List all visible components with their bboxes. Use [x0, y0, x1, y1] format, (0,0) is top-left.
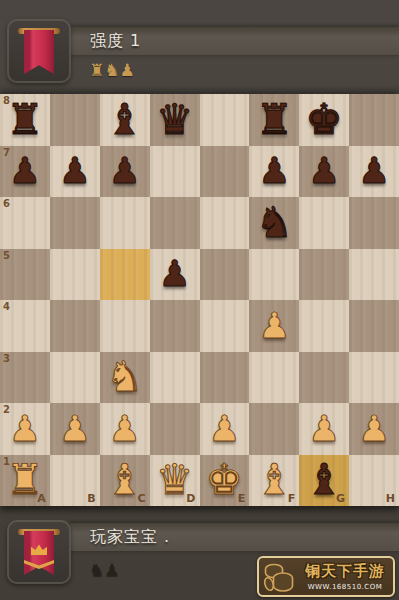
piece-black-pawn-g7[interactable]: ♟ — [299, 146, 349, 198]
piece-black-knight-f6[interactable]: ♞ — [249, 197, 299, 249]
captured-piece-knight: ♞ — [89, 560, 104, 580]
captured-piece-knight: ♞ — [104, 60, 119, 80]
square-g6[interactable] — [299, 197, 349, 249]
square-g8[interactable]: ♚ — [299, 94, 349, 146]
red-banner-icon — [24, 30, 54, 74]
rank-label-4: 4 — [3, 301, 10, 312]
piece-black-rook-f8[interactable]: ♜ — [249, 94, 299, 146]
rank-label-1: 1 — [3, 456, 10, 467]
rank-label-2: 2 — [3, 404, 10, 415]
file-label-B: B — [87, 492, 95, 505]
square-f8[interactable]: ♜ — [249, 94, 299, 146]
square-d1[interactable]: D♛ — [150, 455, 200, 507]
square-g3[interactable] — [299, 352, 349, 404]
watermark-badge: 铜天下手游 WWW.168510.COM — [257, 556, 395, 597]
square-f1[interactable]: F♝ — [249, 455, 299, 507]
square-e2[interactable]: ♟ — [200, 403, 250, 455]
piece-black-queen-d8[interactable]: ♛ — [150, 94, 200, 146]
piece-black-pawn-f7[interactable]: ♟ — [249, 146, 299, 198]
square-f2[interactable] — [249, 403, 299, 455]
rank-label-6: 6 — [3, 198, 10, 209]
square-d5[interactable]: ♟ — [150, 249, 200, 301]
square-b1[interactable]: B — [50, 455, 100, 507]
file-label-E: E — [238, 492, 246, 505]
square-e6[interactable] — [200, 197, 250, 249]
square-e1[interactable]: E♚ — [200, 455, 250, 507]
square-a5[interactable]: 5 — [0, 249, 50, 301]
piece-white-knight-c3[interactable]: ♞ — [100, 352, 150, 404]
file-label-C: C — [138, 492, 146, 505]
piece-white-pawn-f4[interactable]: ♟ — [249, 300, 299, 352]
square-c7[interactable]: ♟ — [100, 146, 150, 198]
square-h4[interactable] — [349, 300, 399, 352]
file-label-F: F — [288, 492, 296, 505]
square-a8[interactable]: 8♜ — [0, 94, 50, 146]
square-c2[interactable]: ♟ — [100, 403, 150, 455]
square-c5[interactable] — [100, 249, 150, 301]
player-captured-pieces: ♞♟ — [89, 558, 120, 580]
watermark-title: 铜天下手游 — [297, 562, 393, 581]
square-e8[interactable] — [200, 94, 250, 146]
square-c6[interactable] — [100, 197, 150, 249]
piece-white-pawn-g2[interactable]: ♟ — [299, 403, 349, 455]
piece-black-pawn-b7[interactable]: ♟ — [50, 146, 100, 198]
square-b4[interactable] — [50, 300, 100, 352]
square-b8[interactable] — [50, 94, 100, 146]
square-a1[interactable]: 1A♜ — [0, 455, 50, 507]
square-h2[interactable]: ♟ — [349, 403, 399, 455]
captured-piece-pawn: ♟ — [104, 560, 119, 580]
square-b5[interactable] — [50, 249, 100, 301]
file-label-G: G — [336, 492, 345, 505]
opponent-name: 强度 1 — [90, 31, 141, 52]
square-h5[interactable] — [349, 249, 399, 301]
square-d3[interactable] — [150, 352, 200, 404]
square-g2[interactable]: ♟ — [299, 403, 349, 455]
square-a6[interactable]: 6 — [0, 197, 50, 249]
square-e7[interactable] — [200, 146, 250, 198]
square-b6[interactable] — [50, 197, 100, 249]
square-a4[interactable]: 4 — [0, 300, 50, 352]
square-d7[interactable] — [150, 146, 200, 198]
square-a3[interactable]: 3 — [0, 352, 50, 404]
piece-black-pawn-c7[interactable]: ♟ — [100, 146, 150, 198]
square-d6[interactable] — [150, 197, 200, 249]
player-avatar[interactable] — [7, 520, 71, 584]
square-f6[interactable]: ♞ — [249, 197, 299, 249]
square-c1[interactable]: C♝ — [100, 455, 150, 507]
captured-piece-pawn: ♟ — [120, 60, 135, 80]
square-f4[interactable]: ♟ — [249, 300, 299, 352]
opponent-bar: 强度 1 ♜♞♟ — [0, 0, 399, 94]
chess-app-screen: 强度 1 ♜♞♟ 8♜♝♛♜♚7♟♟♟♟♟♟6♞5♟4♟3♞2♟♟♟♟♟♟1A♜… — [0, 0, 399, 600]
square-d8[interactable]: ♛ — [150, 94, 200, 146]
square-c3[interactable]: ♞ — [100, 352, 150, 404]
file-label-A: A — [37, 492, 46, 505]
square-h7[interactable]: ♟ — [349, 146, 399, 198]
piece-white-pawn-e2[interactable]: ♟ — [200, 403, 250, 455]
piece-black-pawn-d5[interactable]: ♟ — [150, 249, 200, 301]
square-f5[interactable] — [249, 249, 299, 301]
square-b3[interactable] — [50, 352, 100, 404]
file-label-D: D — [186, 492, 195, 505]
square-e3[interactable] — [200, 352, 250, 404]
square-g7[interactable]: ♟ — [299, 146, 349, 198]
opponent-captured-pieces: ♜♞♟ — [89, 58, 135, 80]
square-b7[interactable]: ♟ — [50, 146, 100, 198]
square-b2[interactable]: ♟ — [50, 403, 100, 455]
piece-black-pawn-h7[interactable]: ♟ — [349, 146, 399, 198]
piece-white-pawn-c2[interactable]: ♟ — [100, 403, 150, 455]
piece-black-bishop-c8[interactable]: ♝ — [100, 94, 150, 146]
chess-board: 8♜♝♛♜♚7♟♟♟♟♟♟6♞5♟4♟3♞2♟♟♟♟♟♟1A♜BC♝D♛E♚F♝… — [0, 94, 399, 506]
square-h8[interactable] — [349, 94, 399, 146]
square-f3[interactable] — [249, 352, 299, 404]
square-d4[interactable] — [150, 300, 200, 352]
square-e4[interactable] — [200, 300, 250, 352]
rank-label-7: 7 — [3, 147, 10, 158]
file-label-H: H — [386, 492, 395, 505]
piece-white-pawn-h2[interactable]: ♟ — [349, 403, 399, 455]
square-c8[interactable]: ♝ — [100, 94, 150, 146]
watermark-url: WWW.168510.COM — [297, 583, 393, 591]
square-e5[interactable] — [200, 249, 250, 301]
square-h1[interactable]: H — [349, 455, 399, 507]
square-h6[interactable] — [349, 197, 399, 249]
square-g5[interactable] — [299, 249, 349, 301]
rank-label-3: 3 — [3, 353, 10, 364]
piece-black-king-g8[interactable]: ♚ — [299, 94, 349, 146]
coins-icon — [261, 560, 297, 594]
square-c4[interactable] — [100, 300, 150, 352]
captured-piece-rook: ♜ — [89, 60, 104, 80]
square-g1[interactable]: G♝ — [299, 455, 349, 507]
square-a7[interactable]: 7♟ — [0, 146, 50, 198]
piece-white-pawn-b2[interactable]: ♟ — [50, 403, 100, 455]
player-name: 玩家宝宝 . — [90, 527, 170, 548]
square-g4[interactable] — [299, 300, 349, 352]
square-d2[interactable] — [150, 403, 200, 455]
square-a2[interactable]: 2♟ — [0, 403, 50, 455]
rank-label-8: 8 — [3, 95, 10, 106]
opponent-avatar[interactable] — [7, 19, 71, 83]
square-f7[interactable]: ♟ — [249, 146, 299, 198]
rank-label-5: 5 — [3, 250, 10, 261]
square-h3[interactable] — [349, 352, 399, 404]
